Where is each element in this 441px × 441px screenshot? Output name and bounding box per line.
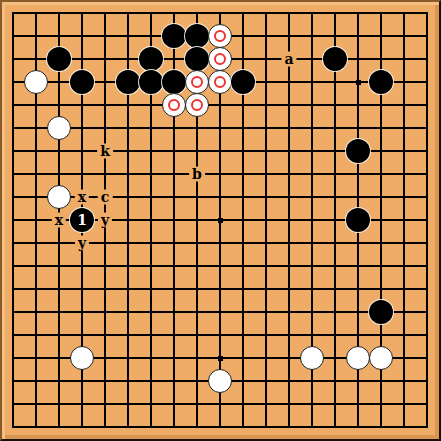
black-stone	[323, 47, 347, 71]
white-stone	[70, 346, 94, 370]
circle-mark-icon	[191, 76, 203, 88]
circle-mark-icon	[214, 76, 226, 88]
black-stone	[346, 208, 370, 232]
black-stone	[231, 70, 255, 94]
black-stone	[139, 70, 163, 94]
black-stone	[162, 24, 186, 48]
black-stone	[47, 47, 71, 71]
black-stone	[346, 139, 370, 163]
black-stone	[369, 300, 393, 324]
point-label-a: a	[281, 52, 296, 67]
grid-line-vertical	[403, 12, 405, 428]
go-board: 1akbxcxyy	[0, 0, 441, 441]
star-point	[356, 80, 361, 85]
point-label-x: x	[75, 190, 89, 205]
circled-white-stone	[162, 93, 186, 117]
circled-white-stone	[208, 47, 232, 71]
white-stone	[47, 185, 71, 209]
grid-line-horizontal	[12, 265, 428, 267]
black-stone-move-1: 1	[70, 208, 94, 232]
circled-white-stone	[185, 70, 209, 94]
circle-mark-icon	[214, 30, 226, 42]
black-stone	[185, 47, 209, 71]
circle-mark-icon	[168, 99, 180, 111]
point-label-y: y	[75, 236, 89, 251]
point-label-k: k	[97, 144, 113, 159]
circle-mark-icon	[191, 99, 203, 111]
white-stone	[47, 116, 71, 140]
white-stone	[24, 70, 48, 94]
black-stone	[70, 70, 94, 94]
point-label-y: y	[98, 213, 112, 228]
black-stone	[116, 70, 140, 94]
grid-line-vertical	[288, 12, 290, 428]
point-label-b: b	[189, 167, 205, 182]
circled-white-stone	[185, 93, 209, 117]
grid-line-vertical	[334, 12, 336, 428]
circled-white-stone	[208, 70, 232, 94]
white-stone	[346, 346, 370, 370]
point-label-x: x	[52, 213, 66, 228]
star-point	[218, 218, 223, 223]
grid-line-horizontal	[12, 334, 428, 336]
white-stone	[369, 346, 393, 370]
white-stone	[208, 369, 232, 393]
grid-line-horizontal	[12, 288, 428, 290]
circle-mark-icon	[214, 53, 226, 65]
grid-line-vertical	[265, 12, 267, 428]
black-stone	[185, 24, 209, 48]
grid-line-horizontal	[12, 311, 428, 313]
black-stone	[139, 47, 163, 71]
circled-white-stone	[208, 24, 232, 48]
grid-line-horizontal	[12, 426, 428, 428]
black-stone	[369, 70, 393, 94]
black-stone	[162, 70, 186, 94]
point-label-c: c	[98, 190, 113, 205]
white-stone	[300, 346, 324, 370]
grid-line-vertical	[426, 12, 428, 428]
star-point	[218, 356, 223, 361]
grid-line-horizontal	[12, 403, 428, 405]
